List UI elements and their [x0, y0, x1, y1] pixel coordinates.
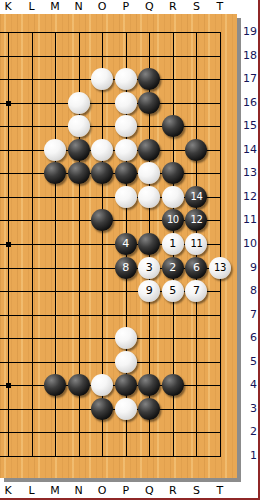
black-stone-Q17	[138, 68, 160, 90]
row-label-18: 18	[238, 49, 257, 63]
column-label-N: N	[69, 0, 89, 13]
white-stone-S10-move-11: 11	[185, 233, 207, 255]
black-stone-S9-move-6: 6	[185, 257, 207, 279]
white-stone-P16	[115, 92, 137, 114]
grid-hline-5	[0, 362, 221, 363]
column-label-S: S	[186, 0, 206, 13]
row-label-17: 17	[238, 72, 257, 86]
white-stone-N16	[68, 92, 90, 114]
white-stone-Q9-move-3: 3	[138, 257, 160, 279]
move-number: 6	[193, 257, 200, 279]
column-label-O: O	[92, 0, 112, 13]
black-stone-M4	[44, 374, 66, 396]
black-stone-S11-move-12: 12	[185, 209, 207, 231]
white-stone-P15	[115, 115, 137, 137]
black-stone-Q3	[138, 398, 160, 420]
move-number: 4	[122, 233, 129, 255]
grid-hline-15	[0, 126, 221, 127]
move-number: 1	[169, 233, 176, 255]
grid-hline-7	[0, 315, 221, 316]
white-stone-N15	[68, 115, 90, 137]
black-stone-O11	[91, 209, 113, 231]
column-label-P: P	[116, 484, 136, 497]
grid-hline-6	[0, 338, 221, 339]
row-label-8: 8	[238, 284, 257, 298]
white-stone-T9-move-13: 13	[209, 257, 231, 279]
row-label-12: 12	[238, 190, 257, 204]
move-number: 5	[169, 280, 176, 302]
white-stone-O14	[91, 139, 113, 161]
go-board[interactable]: 1410124111832613957	[0, 14, 237, 478]
white-stone-P14	[115, 139, 137, 161]
black-stone-P9-move-8: 8	[115, 257, 137, 279]
row-label-13: 13	[238, 166, 257, 180]
row-label-1: 1	[238, 449, 257, 463]
grid-hline-19	[0, 32, 221, 33]
white-stone-M14	[44, 139, 66, 161]
white-stone-S8-move-7: 7	[185, 280, 207, 302]
black-stone-O3	[91, 398, 113, 420]
white-stone-R8-move-5: 5	[162, 280, 184, 302]
row-label-16: 16	[238, 96, 257, 110]
grid-hline-1	[0, 456, 221, 457]
black-stone-N4	[68, 374, 90, 396]
white-stone-O4	[91, 374, 113, 396]
column-label-Q: Q	[139, 0, 159, 13]
star-point-K4	[6, 383, 11, 388]
column-label-T: T	[210, 0, 230, 13]
move-number: 7	[193, 280, 200, 302]
grid-hline-18	[0, 56, 221, 57]
white-stone-Q12	[138, 186, 160, 208]
black-stone-Q14	[138, 139, 160, 161]
window-frame-right-edge	[258, 0, 260, 500]
move-number: 8	[122, 257, 129, 279]
move-number: 3	[146, 257, 153, 279]
column-label-S: S	[186, 484, 206, 497]
white-stone-P3	[115, 398, 137, 420]
column-label-M: M	[45, 0, 65, 13]
white-stone-P12	[115, 186, 137, 208]
grid-hline-2	[0, 432, 221, 433]
column-label-M: M	[45, 484, 65, 497]
move-number: 14	[191, 186, 203, 208]
row-label-15: 15	[238, 119, 257, 133]
black-stone-P4	[115, 374, 137, 396]
grid-vline-L	[32, 32, 33, 457]
row-label-14: 14	[238, 143, 257, 157]
black-stone-R13	[162, 162, 184, 184]
column-label-T: T	[210, 484, 230, 497]
row-label-7: 7	[238, 308, 257, 322]
row-label-5: 5	[238, 355, 257, 369]
move-number: 9	[146, 280, 153, 302]
white-stone-P17	[115, 68, 137, 90]
black-stone-P10-move-4: 4	[115, 233, 137, 255]
row-label-4: 4	[238, 378, 257, 392]
move-number: 13	[214, 257, 226, 279]
white-stone-R12	[162, 186, 184, 208]
column-label-O: O	[92, 484, 112, 497]
column-label-P: P	[116, 0, 136, 13]
column-label-R: R	[163, 484, 183, 497]
black-stone-P13	[115, 162, 137, 184]
column-label-Q: Q	[139, 484, 159, 497]
row-label-19: 19	[238, 25, 257, 39]
row-label-9: 9	[238, 261, 257, 275]
black-stone-Q4	[138, 374, 160, 396]
row-label-10: 10	[238, 237, 257, 251]
white-stone-O17	[91, 68, 113, 90]
black-stone-R15	[162, 115, 184, 137]
grid-hline-16	[0, 103, 221, 104]
black-stone-O13	[91, 162, 113, 184]
move-number: 12	[191, 209, 203, 231]
move-number: 2	[169, 257, 176, 279]
move-number: 11	[191, 233, 203, 255]
star-point-K16	[6, 101, 11, 106]
row-label-6: 6	[238, 331, 257, 345]
black-stone-N13	[68, 162, 90, 184]
black-stone-R9-move-2: 2	[162, 257, 184, 279]
column-label-N: N	[69, 484, 89, 497]
column-label-K: K	[0, 484, 18, 497]
star-point-K10	[6, 242, 11, 247]
go-diagram: KLMNOPQRST 1410124111832613957 191817161…	[0, 0, 260, 500]
grid-vline-T	[220, 32, 221, 457]
row-label-11: 11	[238, 213, 257, 227]
column-label-K: K	[0, 0, 18, 13]
black-stone-R4	[162, 374, 184, 396]
column-label-L: L	[22, 484, 42, 497]
white-stone-P6	[115, 327, 137, 349]
move-number: 10	[167, 209, 179, 231]
black-stone-M13	[44, 162, 66, 184]
row-label-3: 3	[238, 402, 257, 416]
column-label-R: R	[163, 0, 183, 13]
black-stone-N14	[68, 139, 90, 161]
white-stone-Q13	[138, 162, 160, 184]
white-stone-Q8-move-9: 9	[138, 280, 160, 302]
white-stone-R10-move-1: 1	[162, 233, 184, 255]
row-label-2: 2	[238, 425, 257, 439]
column-label-L: L	[22, 0, 42, 13]
black-stone-S14	[185, 139, 207, 161]
black-stone-R11-move-10: 10	[162, 209, 184, 231]
black-stone-Q16	[138, 92, 160, 114]
white-stone-P5	[115, 351, 137, 373]
black-stone-Q10	[138, 233, 160, 255]
black-stone-S12-move-14: 14	[185, 186, 207, 208]
